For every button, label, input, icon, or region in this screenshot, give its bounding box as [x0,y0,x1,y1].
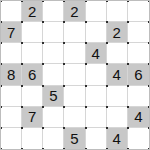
empty-cell-r1c6[interactable] [128,22,149,43]
empty-cell-r1c2[interactable] [43,22,64,43]
empty-cell-r4c1[interactable] [22,86,43,107]
clue-cell-r1c0: 7 [1,22,22,43]
empty-cell-r2c2[interactable] [43,43,64,64]
clue-cell-r4c2: 5 [43,86,64,107]
empty-cell-r4c5[interactable] [107,86,128,107]
empty-cell-r2c5[interactable] [107,43,128,64]
empty-cell-r5c0[interactable] [1,107,22,128]
clue-cell-r6c3: 5 [64,128,85,149]
puzzle-board: 22724864657454 [0,0,150,150]
empty-cell-r4c0[interactable] [1,86,22,107]
empty-cell-r6c1[interactable] [22,128,43,149]
empty-cell-r4c4[interactable] [86,86,107,107]
empty-cell-r1c3[interactable] [64,22,85,43]
clue-cell-r5c1: 7 [22,107,43,128]
empty-cell-r5c2[interactable] [43,107,64,128]
clue-cell-r0c1: 2 [22,1,43,22]
empty-cell-r0c4[interactable] [86,1,107,22]
empty-cell-r2c3[interactable] [64,43,85,64]
empty-cell-r4c3[interactable] [64,86,85,107]
empty-cell-r6c4[interactable] [86,128,107,149]
empty-cell-r3c4[interactable] [86,64,107,85]
empty-cell-r5c5[interactable] [107,107,128,128]
empty-cell-r5c4[interactable] [86,107,107,128]
clue-cell-r3c6: 6 [128,64,149,85]
clue-cell-r3c0: 8 [1,64,22,85]
clue-cell-r1c5: 2 [107,22,128,43]
empty-cell-r3c2[interactable] [43,64,64,85]
clue-cell-r0c3: 2 [64,1,85,22]
clue-cell-r5c6: 4 [128,107,149,128]
empty-cell-r0c0[interactable] [1,1,22,22]
empty-cell-r0c5[interactable] [107,1,128,22]
empty-cell-r2c6[interactable] [128,43,149,64]
empty-cell-r6c2[interactable] [43,128,64,149]
empty-cell-r6c0[interactable] [1,128,22,149]
empty-cell-r4c6[interactable] [128,86,149,107]
empty-cell-r1c1[interactable] [22,22,43,43]
empty-cell-r5c3[interactable] [64,107,85,128]
empty-cell-r1c4[interactable] [86,22,107,43]
empty-cell-r0c6[interactable] [128,1,149,22]
clue-cell-r3c5: 4 [107,64,128,85]
empty-cell-r0c2[interactable] [43,1,64,22]
clue-cell-r6c5: 4 [107,128,128,149]
clue-cell-r2c4: 4 [86,43,107,64]
empty-cell-r2c0[interactable] [1,43,22,64]
empty-cell-r3c3[interactable] [64,64,85,85]
empty-cell-r2c1[interactable] [22,43,43,64]
empty-cell-r6c6[interactable] [128,128,149,149]
clue-cell-r3c1: 6 [22,64,43,85]
